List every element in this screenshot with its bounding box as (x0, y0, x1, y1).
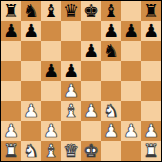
square-f7[interactable]: ♟ (101, 21, 121, 41)
square-b8[interactable]: ♞ (21, 1, 41, 21)
square-h6[interactable] (141, 41, 161, 61)
square-c5[interactable]: ♟ (41, 61, 61, 81)
square-e2[interactable] (81, 121, 101, 141)
square-g5[interactable] (121, 61, 141, 81)
square-e4[interactable] (81, 81, 101, 101)
piece-white-pawn: ♟ (63, 81, 79, 101)
square-h7[interactable]: ♟ (141, 21, 161, 41)
square-d6[interactable] (61, 41, 81, 61)
square-a4[interactable] (1, 81, 21, 101)
square-e5[interactable] (81, 61, 101, 81)
square-e1[interactable]: ♚ (81, 141, 101, 161)
piece-black-pawn: ♟ (3, 21, 19, 41)
square-d8[interactable]: ♛ (61, 1, 81, 21)
square-d3[interactable]: ♝ (61, 101, 81, 121)
piece-white-bishop: ♝ (63, 101, 79, 121)
square-a2[interactable]: ♟ (1, 121, 21, 141)
piece-white-bishop: ♝ (43, 141, 59, 161)
square-b7[interactable]: ♟ (21, 21, 41, 41)
square-f4[interactable] (101, 81, 121, 101)
square-g1[interactable] (121, 141, 141, 161)
square-d5[interactable]: ♟ (61, 61, 81, 81)
square-c1[interactable]: ♝ (41, 141, 61, 161)
square-c6[interactable] (41, 41, 61, 61)
piece-white-pawn: ♟ (23, 101, 39, 121)
piece-white-pawn: ♟ (43, 121, 59, 141)
piece-black-pawn: ♟ (23, 21, 39, 41)
square-c8[interactable]: ♝ (41, 1, 61, 21)
square-g7[interactable]: ♟ (121, 21, 141, 41)
piece-black-pawn: ♟ (63, 61, 79, 81)
square-g6[interactable] (121, 41, 141, 61)
square-d7[interactable] (61, 21, 81, 41)
piece-black-rook: ♜ (143, 1, 159, 21)
piece-black-rook: ♜ (3, 1, 19, 21)
piece-black-pawn: ♟ (83, 41, 99, 61)
square-f3[interactable]: ♞ (101, 101, 121, 121)
square-h4[interactable] (141, 81, 161, 101)
square-b5[interactable] (21, 61, 41, 81)
piece-white-pawn: ♟ (83, 101, 99, 121)
square-g3[interactable] (121, 101, 141, 121)
square-d4[interactable]: ♟ (61, 81, 81, 101)
piece-black-knight: ♞ (103, 41, 119, 61)
square-c4[interactable] (41, 81, 61, 101)
square-b1[interactable]: ♞ (21, 141, 41, 161)
square-g8[interactable] (121, 1, 141, 21)
square-h3[interactable] (141, 101, 161, 121)
square-a1[interactable]: ♜ (1, 141, 21, 161)
piece-white-pawn: ♟ (123, 121, 139, 141)
square-e7[interactable] (81, 21, 101, 41)
piece-white-knight: ♞ (23, 141, 39, 161)
piece-black-pawn: ♟ (103, 21, 119, 41)
piece-white-pawn: ♟ (3, 121, 19, 141)
square-a7[interactable]: ♟ (1, 21, 21, 41)
piece-white-pawn: ♟ (103, 121, 119, 141)
square-b6[interactable] (21, 41, 41, 61)
square-h5[interactable] (141, 61, 161, 81)
square-d2[interactable] (61, 121, 81, 141)
piece-white-queen: ♛ (63, 141, 79, 161)
piece-white-pawn: ♟ (143, 121, 159, 141)
piece-black-bishop: ♝ (43, 1, 59, 21)
square-g4[interactable] (121, 81, 141, 101)
square-b3[interactable]: ♟ (21, 101, 41, 121)
piece-black-bishop: ♝ (103, 1, 119, 21)
square-a6[interactable] (1, 41, 21, 61)
piece-black-queen: ♛ (63, 1, 79, 21)
square-a8[interactable]: ♜ (1, 1, 21, 21)
square-f1[interactable] (101, 141, 121, 161)
piece-white-rook: ♜ (3, 141, 19, 161)
piece-black-knight: ♞ (23, 1, 39, 21)
square-e3[interactable]: ♟ (81, 101, 101, 121)
chess-board: ♜♞♝♛♚♝♜♟♟♟♟♟♟♞♟♟♟♟♝♟♞♟♟♟♟♟♜♞♝♛♚♜ (0, 0, 162, 162)
square-h8[interactable]: ♜ (141, 1, 161, 21)
square-f8[interactable]: ♝ (101, 1, 121, 21)
piece-black-king: ♚ (83, 1, 99, 21)
square-a5[interactable] (1, 61, 21, 81)
square-f2[interactable]: ♟ (101, 121, 121, 141)
square-f5[interactable] (101, 61, 121, 81)
square-c2[interactable]: ♟ (41, 121, 61, 141)
square-b2[interactable] (21, 121, 41, 141)
square-h1[interactable]: ♜ (141, 141, 161, 161)
square-h2[interactable]: ♟ (141, 121, 161, 141)
piece-black-pawn: ♟ (43, 61, 59, 81)
square-e6[interactable]: ♟ (81, 41, 101, 61)
piece-white-king: ♚ (83, 141, 99, 161)
piece-black-pawn: ♟ (123, 21, 139, 41)
square-g2[interactable]: ♟ (121, 121, 141, 141)
piece-white-knight: ♞ (103, 101, 119, 121)
square-c3[interactable] (41, 101, 61, 121)
square-d1[interactable]: ♛ (61, 141, 81, 161)
square-f6[interactable]: ♞ (101, 41, 121, 61)
piece-white-rook: ♜ (143, 141, 159, 161)
piece-black-pawn: ♟ (143, 21, 159, 41)
square-a3[interactable] (1, 101, 21, 121)
square-e8[interactable]: ♚ (81, 1, 101, 21)
square-c7[interactable] (41, 21, 61, 41)
square-b4[interactable] (21, 81, 41, 101)
